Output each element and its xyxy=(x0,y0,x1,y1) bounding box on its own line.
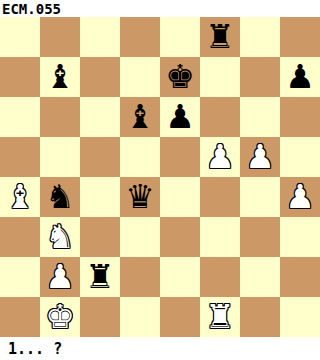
black-bishop[interactable]: ♝ xyxy=(45,57,75,97)
black-rook[interactable]: ♜ xyxy=(205,17,235,57)
square-b3[interactable]: ♞ xyxy=(40,217,80,257)
square-g1[interactable] xyxy=(240,297,280,337)
square-d1[interactable] xyxy=(120,297,160,337)
black-pawn[interactable]: ♟ xyxy=(285,57,315,97)
square-d7[interactable] xyxy=(120,57,160,97)
square-c6[interactable] xyxy=(80,97,120,137)
square-f6[interactable] xyxy=(200,97,240,137)
square-f3[interactable] xyxy=(200,217,240,257)
square-b8[interactable] xyxy=(40,17,80,57)
square-e4[interactable] xyxy=(160,177,200,217)
black-knight[interactable]: ♞ xyxy=(45,177,75,217)
square-b7[interactable]: ♝ xyxy=(40,57,80,97)
square-h7[interactable]: ♟ xyxy=(280,57,320,97)
square-f4[interactable] xyxy=(200,177,240,217)
square-d2[interactable] xyxy=(120,257,160,297)
square-b4[interactable]: ♞ xyxy=(40,177,80,217)
square-e1[interactable] xyxy=(160,297,200,337)
black-pawn[interactable]: ♟ xyxy=(165,97,195,137)
square-d8[interactable] xyxy=(120,17,160,57)
square-d5[interactable] xyxy=(120,137,160,177)
square-h1[interactable] xyxy=(280,297,320,337)
square-c3[interactable] xyxy=(80,217,120,257)
chess-board: ♜♝♚♟♝♟♟♟♝♞♛♟♞♟♜♚♜ xyxy=(0,17,320,337)
square-e5[interactable] xyxy=(160,137,200,177)
square-a7[interactable] xyxy=(0,57,40,97)
square-d3[interactable] xyxy=(120,217,160,257)
square-b1[interactable]: ♚ xyxy=(40,297,80,337)
square-g6[interactable] xyxy=(240,97,280,137)
black-bishop[interactable]: ♝ xyxy=(125,97,155,137)
white-bishop[interactable]: ♝ xyxy=(5,177,35,217)
square-d4[interactable]: ♛ xyxy=(120,177,160,217)
square-c8[interactable] xyxy=(80,17,120,57)
square-a6[interactable] xyxy=(0,97,40,137)
square-e2[interactable] xyxy=(160,257,200,297)
white-knight[interactable]: ♞ xyxy=(45,217,75,257)
square-a2[interactable] xyxy=(0,257,40,297)
square-a3[interactable] xyxy=(0,217,40,257)
square-e6[interactable]: ♟ xyxy=(160,97,200,137)
square-e3[interactable] xyxy=(160,217,200,257)
square-e7[interactable]: ♚ xyxy=(160,57,200,97)
square-g7[interactable] xyxy=(240,57,280,97)
square-f5[interactable]: ♟ xyxy=(200,137,240,177)
square-h3[interactable] xyxy=(280,217,320,257)
square-c7[interactable] xyxy=(80,57,120,97)
square-f8[interactable]: ♜ xyxy=(200,17,240,57)
black-queen[interactable]: ♛ xyxy=(125,177,155,217)
move-prompt: 1... ? xyxy=(8,340,62,358)
square-f7[interactable] xyxy=(200,57,240,97)
white-pawn[interactable]: ♟ xyxy=(285,177,315,217)
square-g8[interactable] xyxy=(240,17,280,57)
square-b5[interactable] xyxy=(40,137,80,177)
white-pawn[interactable]: ♟ xyxy=(245,137,275,177)
square-c4[interactable] xyxy=(80,177,120,217)
square-c2[interactable]: ♜ xyxy=(80,257,120,297)
square-a5[interactable] xyxy=(0,137,40,177)
square-g3[interactable] xyxy=(240,217,280,257)
square-f2[interactable] xyxy=(200,257,240,297)
square-a4[interactable]: ♝ xyxy=(0,177,40,217)
black-king[interactable]: ♚ xyxy=(165,57,195,97)
square-g4[interactable] xyxy=(240,177,280,217)
page-title: ECM.055 xyxy=(2,1,61,17)
title-bar: ECM.055 xyxy=(0,0,320,17)
square-e8[interactable] xyxy=(160,17,200,57)
square-a1[interactable] xyxy=(0,297,40,337)
prompt-bar: 1... ? xyxy=(0,337,320,360)
square-b2[interactable]: ♟ xyxy=(40,257,80,297)
black-rook[interactable]: ♜ xyxy=(85,257,115,297)
white-pawn[interactable]: ♟ xyxy=(205,137,235,177)
square-c1[interactable] xyxy=(80,297,120,337)
square-b6[interactable] xyxy=(40,97,80,137)
white-king[interactable]: ♚ xyxy=(45,297,75,337)
white-rook[interactable]: ♜ xyxy=(205,297,235,337)
square-h4[interactable]: ♟ xyxy=(280,177,320,217)
square-h8[interactable] xyxy=(280,17,320,57)
square-h5[interactable] xyxy=(280,137,320,177)
white-pawn[interactable]: ♟ xyxy=(45,257,75,297)
square-d6[interactable]: ♝ xyxy=(120,97,160,137)
square-h6[interactable] xyxy=(280,97,320,137)
square-a8[interactable] xyxy=(0,17,40,57)
square-c5[interactable] xyxy=(80,137,120,177)
square-g5[interactable]: ♟ xyxy=(240,137,280,177)
square-f1[interactable]: ♜ xyxy=(200,297,240,337)
square-h2[interactable] xyxy=(280,257,320,297)
square-g2[interactable] xyxy=(240,257,280,297)
